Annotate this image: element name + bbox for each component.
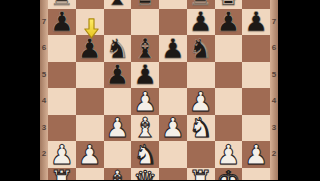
piece-black-pawn[interactable]: ♟: [50, 8, 74, 35]
square-f5[interactable]: [187, 62, 215, 89]
rank-label-3: 3: [270, 123, 278, 133]
piece-white-rook[interactable]: ♜: [50, 167, 74, 180]
piece-white-pawn[interactable]: ♟: [50, 141, 74, 168]
square-g5[interactable]: [215, 62, 243, 89]
square-h2[interactable]: ♟: [242, 141, 270, 168]
square-a6[interactable]: [48, 35, 76, 62]
square-e5[interactable]: [159, 62, 187, 89]
square-g2[interactable]: ♟: [215, 141, 243, 168]
square-a5[interactable]: [48, 62, 76, 89]
piece-white-pawn[interactable]: ♟: [216, 141, 240, 168]
square-h1[interactable]: [242, 168, 270, 181]
rank-label-6: 6: [270, 43, 278, 53]
square-e7[interactable]: [159, 9, 187, 36]
square-f4[interactable]: ♟: [187, 88, 215, 115]
piece-white-pawn[interactable]: ♟: [189, 88, 213, 115]
piece-black-knight[interactable]: ♞: [189, 35, 213, 62]
square-a1[interactable]: ♜: [48, 168, 76, 181]
move-arrow-icon: [82, 18, 101, 39]
piece-black-bishop[interactable]: ♝: [105, 0, 129, 9]
square-b2[interactable]: ♟: [76, 141, 104, 168]
piece-white-knight[interactable]: ♞: [189, 114, 213, 141]
square-c3[interactable]: ♟: [104, 115, 132, 142]
square-c2[interactable]: [104, 141, 132, 168]
square-f1[interactable]: ♜: [187, 168, 215, 181]
square-c6[interactable]: ♞: [104, 35, 132, 62]
square-d7[interactable]: [131, 9, 159, 36]
square-d3[interactable]: ♝: [131, 115, 159, 142]
piece-white-pawn[interactable]: ♟: [161, 114, 185, 141]
square-g6[interactable]: [215, 35, 243, 62]
square-c7[interactable]: [104, 9, 132, 36]
square-d1[interactable]: ♛: [131, 168, 159, 181]
piece-white-rook[interactable]: ♜: [189, 167, 213, 180]
rank-label-4: 4: [40, 96, 48, 106]
piece-black-pawn[interactable]: ♟: [133, 61, 157, 88]
rank-label-2: 2: [270, 149, 278, 159]
square-c5[interactable]: ♟: [104, 62, 132, 89]
square-b8[interactable]: [76, 0, 104, 9]
piece-black-pawn[interactable]: ♟: [161, 35, 185, 62]
square-h7[interactable]: ♟: [242, 9, 270, 36]
piece-black-queen[interactable]: ♛: [133, 0, 157, 9]
square-e2[interactable]: [159, 141, 187, 168]
square-d5[interactable]: ♟: [131, 62, 159, 89]
video-frame: 765432 765432 ♜♝♛♜♚♟♟♟♟♟♞♝♟♞♟♟♟♟♟♝♟♞♟♟♞♟…: [0, 0, 320, 180]
square-f3[interactable]: ♞: [187, 115, 215, 142]
square-h4[interactable]: [242, 88, 270, 115]
piece-white-knight[interactable]: ♞: [133, 141, 157, 168]
rank-label-2: 2: [40, 149, 48, 159]
square-b3[interactable]: [76, 115, 104, 142]
square-b4[interactable]: [76, 88, 104, 115]
square-d4[interactable]: ♟: [131, 88, 159, 115]
square-d8[interactable]: ♛: [131, 0, 159, 9]
square-b1[interactable]: [76, 168, 104, 181]
piece-black-pawn[interactable]: ♟: [189, 8, 213, 35]
square-a2[interactable]: ♟: [48, 141, 76, 168]
piece-black-knight[interactable]: ♞: [105, 35, 129, 62]
letterbox-left: [0, 0, 40, 180]
square-g7[interactable]: ♟: [215, 9, 243, 36]
letterbox-right: [278, 0, 320, 180]
square-h5[interactable]: [242, 62, 270, 89]
rank-label-7: 7: [270, 17, 278, 27]
piece-black-pawn[interactable]: ♟: [244, 8, 268, 35]
piece-white-pawn[interactable]: ♟: [133, 88, 157, 115]
square-c4[interactable]: [104, 88, 132, 115]
square-a3[interactable]: [48, 115, 76, 142]
rank-label-5: 5: [40, 70, 48, 80]
square-d2[interactable]: ♞: [131, 141, 159, 168]
square-e6[interactable]: ♟: [159, 35, 187, 62]
piece-white-king[interactable]: ♚: [216, 167, 240, 180]
piece-white-queen[interactable]: ♛: [133, 167, 157, 180]
square-c1[interactable]: ♝: [104, 168, 132, 181]
square-b5[interactable]: [76, 62, 104, 89]
square-e4[interactable]: [159, 88, 187, 115]
piece-white-pawn[interactable]: ♟: [244, 141, 268, 168]
rank-label-6: 6: [40, 43, 48, 53]
rank-labels-right: 765432: [270, 0, 278, 180]
square-g3[interactable]: [215, 115, 243, 142]
rank-label-3: 3: [40, 123, 48, 133]
square-a7[interactable]: ♟: [48, 9, 76, 36]
piece-white-pawn[interactable]: ♟: [78, 141, 102, 168]
square-a4[interactable]: [48, 88, 76, 115]
square-e3[interactable]: ♟: [159, 115, 187, 142]
square-g1[interactable]: ♚: [215, 168, 243, 181]
square-c8[interactable]: ♝: [104, 0, 132, 9]
square-h3[interactable]: [242, 115, 270, 142]
square-h6[interactable]: [242, 35, 270, 62]
piece-white-bishop[interactable]: ♝: [133, 114, 157, 141]
piece-white-bishop[interactable]: ♝: [105, 167, 129, 180]
piece-black-pawn[interactable]: ♟: [105, 61, 129, 88]
square-f6[interactable]: ♞: [187, 35, 215, 62]
square-f7[interactable]: ♟: [187, 9, 215, 36]
square-g4[interactable]: [215, 88, 243, 115]
piece-white-pawn[interactable]: ♟: [105, 114, 129, 141]
square-e1[interactable]: [159, 168, 187, 181]
rank-label-4: 4: [270, 96, 278, 106]
piece-black-bishop[interactable]: ♝: [133, 35, 157, 62]
square-e8[interactable]: [159, 0, 187, 9]
rank-label-5: 5: [270, 70, 278, 80]
piece-black-pawn[interactable]: ♟: [216, 8, 240, 35]
square-f2[interactable]: [187, 141, 215, 168]
rank-labels-left: 765432: [40, 0, 48, 180]
rank-label-7: 7: [40, 17, 48, 27]
square-d6[interactable]: ♝: [131, 35, 159, 62]
